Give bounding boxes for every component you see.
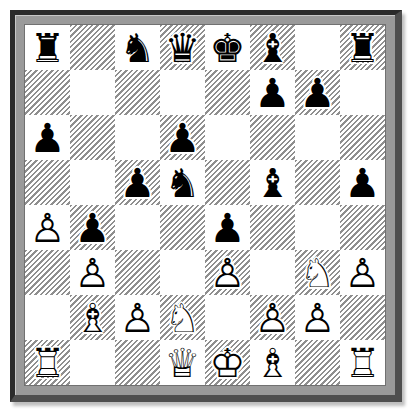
square-d2[interactable]: ♞♘ (160, 295, 205, 340)
white-bishop-f1[interactable]: ♝♗ (250, 340, 295, 385)
white-piece-outline: ♗ (250, 340, 295, 385)
black-king-e8[interactable]: ♚ (210, 28, 246, 68)
square-f2[interactable]: ♟♙ (250, 295, 295, 340)
square-b1[interactable] (70, 340, 115, 385)
white-piece-outline: ♔ (205, 340, 250, 385)
chess-board: ♜♞♛♚♝♜♟♟♟♟♟♞♝♟♟♙♟♟♟♙♟♙♞♘♟♙♝♗♟♙♞♘♟♙♟♙♜♖♛♕… (25, 25, 385, 385)
square-e5[interactable] (205, 160, 250, 205)
white-pawn-c2[interactable]: ♟♙ (115, 295, 160, 340)
square-c3[interactable] (115, 250, 160, 295)
white-bishop-b2[interactable]: ♝♗ (70, 295, 115, 340)
white-pawn-a4[interactable]: ♟♙ (25, 205, 70, 250)
square-c4[interactable] (115, 205, 160, 250)
black-queen-d8[interactable]: ♛ (165, 28, 201, 68)
square-d4[interactable] (160, 205, 205, 250)
black-pawn-e4[interactable]: ♟ (210, 208, 246, 248)
square-h6[interactable] (340, 115, 385, 160)
black-pawn-f7[interactable]: ♟ (255, 73, 291, 113)
white-knight-g3[interactable]: ♞♘ (295, 250, 340, 295)
square-h2[interactable] (340, 295, 385, 340)
chess-board-frame: ♜♞♛♚♝♜♟♟♟♟♟♞♝♟♟♙♟♟♟♙♟♙♞♘♟♙♝♗♟♙♞♘♟♙♟♙♜♖♛♕… (10, 10, 402, 402)
black-pawn-b4[interactable]: ♟ (75, 208, 111, 248)
square-e2[interactable] (205, 295, 250, 340)
white-piece-outline: ♘ (160, 295, 205, 340)
square-b3[interactable]: ♟♙ (70, 250, 115, 295)
square-a3[interactable] (25, 250, 70, 295)
white-piece-outline: ♖ (25, 340, 70, 385)
square-g3[interactable]: ♞♘ (295, 250, 340, 295)
white-rook-h1[interactable]: ♜♖ (340, 340, 385, 385)
black-pawn-g7[interactable]: ♟ (300, 73, 336, 113)
square-a1[interactable]: ♜♖ (25, 340, 70, 385)
square-d5[interactable]: ♞ (160, 160, 205, 205)
white-piece-outline: ♖ (340, 340, 385, 385)
square-g7[interactable]: ♟ (295, 70, 340, 115)
square-h1[interactable]: ♜♖ (340, 340, 385, 385)
white-piece-outline: ♙ (205, 250, 250, 295)
white-piece-outline: ♙ (70, 250, 115, 295)
white-pawn-h3[interactable]: ♟♙ (340, 250, 385, 295)
square-b8[interactable] (70, 25, 115, 70)
black-pawn-d6[interactable]: ♟ (165, 118, 201, 158)
square-c1[interactable] (115, 340, 160, 385)
white-piece-outline: ♙ (250, 295, 295, 340)
square-f4[interactable] (250, 205, 295, 250)
white-piece-outline: ♙ (295, 295, 340, 340)
square-h8[interactable]: ♜ (340, 25, 385, 70)
square-d6[interactable]: ♟ (160, 115, 205, 160)
square-e3[interactable]: ♟♙ (205, 250, 250, 295)
square-e8[interactable]: ♚ (205, 25, 250, 70)
white-piece-outline: ♘ (295, 250, 340, 295)
white-piece-outline: ♕ (160, 340, 205, 385)
black-rook-h8[interactable]: ♜ (345, 28, 381, 68)
square-a4[interactable]: ♟♙ (25, 205, 70, 250)
square-e4[interactable]: ♟ (205, 205, 250, 250)
square-f6[interactable] (250, 115, 295, 160)
square-e6[interactable] (205, 115, 250, 160)
square-h4[interactable] (340, 205, 385, 250)
square-g8[interactable] (295, 25, 340, 70)
square-f7[interactable]: ♟ (250, 70, 295, 115)
square-c6[interactable] (115, 115, 160, 160)
black-bishop-f8[interactable]: ♝ (255, 28, 291, 68)
square-g6[interactable] (295, 115, 340, 160)
square-a8[interactable]: ♜ (25, 25, 70, 70)
square-f5[interactable]: ♝ (250, 160, 295, 205)
black-pawn-c5[interactable]: ♟ (120, 163, 156, 203)
black-pawn-h5[interactable]: ♟ (345, 163, 381, 203)
square-b2[interactable]: ♝♗ (70, 295, 115, 340)
white-piece-outline: ♙ (25, 205, 70, 250)
square-e1[interactable]: ♚♔ (205, 340, 250, 385)
square-d8[interactable]: ♛ (160, 25, 205, 70)
square-f1[interactable]: ♝♗ (250, 340, 295, 385)
square-b6[interactable] (70, 115, 115, 160)
square-g2[interactable]: ♟♙ (295, 295, 340, 340)
white-queen-d1[interactable]: ♛♕ (160, 340, 205, 385)
white-rook-a1[interactable]: ♜♖ (25, 340, 70, 385)
white-piece-outline: ♙ (115, 295, 160, 340)
square-a6[interactable]: ♟ (25, 115, 70, 160)
white-pawn-g2[interactable]: ♟♙ (295, 295, 340, 340)
black-knight-d5[interactable]: ♞ (165, 163, 201, 203)
square-f3[interactable] (250, 250, 295, 295)
square-c8[interactable]: ♞ (115, 25, 160, 70)
white-piece-outline: ♙ (340, 250, 385, 295)
white-knight-d2[interactable]: ♞♘ (160, 295, 205, 340)
white-piece-outline: ♗ (70, 295, 115, 340)
black-rook-a8[interactable]: ♜ (30, 28, 66, 68)
square-d1[interactable]: ♛♕ (160, 340, 205, 385)
square-a5[interactable] (25, 160, 70, 205)
white-pawn-e3[interactable]: ♟♙ (205, 250, 250, 295)
square-d3[interactable] (160, 250, 205, 295)
square-a2[interactable] (25, 295, 70, 340)
square-g1[interactable] (295, 340, 340, 385)
white-pawn-b3[interactable]: ♟♙ (70, 250, 115, 295)
square-g5[interactable] (295, 160, 340, 205)
white-pawn-f2[interactable]: ♟♙ (250, 295, 295, 340)
black-knight-c8[interactable]: ♞ (120, 28, 156, 68)
square-g4[interactable] (295, 205, 340, 250)
square-e7[interactable] (205, 70, 250, 115)
black-pawn-a6[interactable]: ♟ (30, 118, 66, 158)
square-h5[interactable]: ♟ (340, 160, 385, 205)
square-b7[interactable] (70, 70, 115, 115)
square-c7[interactable] (115, 70, 160, 115)
square-c5[interactable]: ♟ (115, 160, 160, 205)
square-b5[interactable] (70, 160, 115, 205)
square-a7[interactable] (25, 70, 70, 115)
square-d7[interactable] (160, 70, 205, 115)
square-h7[interactable] (340, 70, 385, 115)
square-f8[interactable]: ♝ (250, 25, 295, 70)
square-c2[interactable]: ♟♙ (115, 295, 160, 340)
page-background: ♜♞♛♚♝♜♟♟♟♟♟♞♝♟♟♙♟♟♟♙♟♙♞♘♟♙♝♗♟♙♞♘♟♙♟♙♜♖♛♕… (0, 0, 414, 410)
square-h3[interactable]: ♟♙ (340, 250, 385, 295)
black-bishop-f5[interactable]: ♝ (255, 163, 291, 203)
square-b4[interactable]: ♟ (70, 205, 115, 250)
white-king-e1[interactable]: ♚♔ (205, 340, 250, 385)
